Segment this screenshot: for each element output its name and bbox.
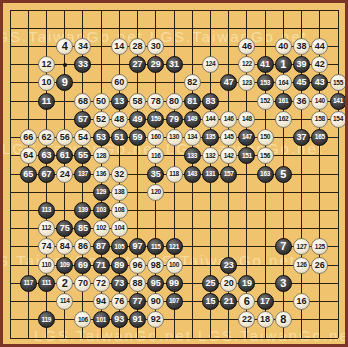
stone-white-102: 102	[93, 220, 110, 237]
stone-white-164: 164	[275, 74, 292, 91]
stone-black-17: 17	[257, 293, 274, 310]
stone-white-60: 60	[111, 74, 128, 91]
grid-line-v	[338, 10, 339, 338]
stone-white-54: 54	[74, 129, 91, 146]
stone-white-156: 156	[257, 147, 274, 164]
stone-white-22: 22	[238, 311, 255, 328]
stone-white-68: 68	[74, 93, 91, 110]
stone-white-40: 40	[275, 38, 292, 55]
stone-white-14: 14	[111, 38, 128, 55]
stone-black-151: 151	[238, 147, 255, 164]
stone-black-95: 95	[147, 275, 164, 292]
go-board[interactable]: LGS.TaiwanGo.net LGS.TaiwanGo.netLGS.Tai…	[0, 0, 348, 347]
stone-white-114: 114	[56, 293, 73, 310]
stone-black-73: 73	[111, 275, 128, 292]
stone-white-50: 50	[93, 93, 110, 110]
stone-black-115: 115	[147, 238, 164, 255]
stone-black-23: 23	[220, 257, 237, 274]
stone-white-48: 48	[111, 111, 128, 128]
stone-white-158: 158	[311, 111, 328, 128]
stone-black-119: 119	[38, 311, 55, 328]
stone-black-139: 139	[74, 202, 91, 219]
stone-white-62: 62	[38, 129, 55, 146]
stone-white-12: 12	[38, 56, 55, 73]
stone-black-159: 159	[147, 111, 164, 128]
stone-white-8: 8	[275, 311, 292, 328]
stone-white-36: 36	[293, 93, 310, 110]
stone-white-154: 154	[330, 111, 347, 128]
stone-black-9: 9	[56, 74, 73, 91]
stone-white-18: 18	[257, 311, 274, 328]
stone-white-10: 10	[38, 74, 55, 91]
stone-black-59: 59	[129, 129, 146, 146]
grid-line-h	[10, 210, 338, 211]
stone-white-66: 66	[20, 129, 37, 146]
stone-white-136: 136	[93, 166, 110, 183]
stone-white-160: 160	[147, 129, 164, 146]
stone-white-130: 130	[166, 129, 183, 146]
stone-black-67: 67	[38, 166, 55, 183]
stone-black-149: 149	[184, 111, 201, 128]
star-point	[63, 63, 67, 67]
stone-white-76: 76	[111, 293, 128, 310]
stone-white-146: 146	[220, 111, 237, 128]
stone-white-32: 32	[111, 166, 128, 183]
stone-white-126: 126	[293, 257, 310, 274]
stone-white-30: 30	[147, 38, 164, 55]
stone-black-11: 11	[38, 93, 55, 110]
stone-white-46: 46	[238, 38, 255, 55]
stone-black-33: 33	[74, 56, 91, 73]
stone-black-109: 109	[56, 257, 73, 274]
stone-white-110: 110	[38, 257, 55, 274]
stone-white-145: 145	[220, 129, 237, 146]
stone-black-143: 143	[184, 166, 201, 183]
stone-white-106: 106	[74, 311, 91, 328]
stone-white-150: 150	[257, 129, 274, 146]
stone-black-135: 135	[202, 129, 219, 146]
stone-black-47: 47	[220, 74, 237, 91]
stone-black-53: 53	[93, 129, 110, 146]
stone-black-69: 69	[74, 257, 91, 274]
stone-white-74: 74	[38, 238, 55, 255]
stone-white-56: 56	[56, 129, 73, 146]
stone-black-21: 21	[220, 293, 237, 310]
stone-black-161: 161	[275, 93, 292, 110]
stone-white-24: 24	[56, 166, 73, 183]
stone-black-153: 153	[257, 74, 274, 91]
stone-black-15: 15	[202, 293, 219, 310]
stone-black-71: 71	[93, 257, 110, 274]
stone-white-34: 34	[74, 38, 91, 55]
stone-white-144: 144	[202, 111, 219, 128]
stone-black-111: 111	[38, 275, 55, 292]
stone-white-94: 94	[93, 293, 110, 310]
stone-black-99: 99	[166, 275, 183, 292]
stone-white-162: 162	[275, 111, 292, 128]
stone-white-78: 78	[147, 93, 164, 110]
stone-black-35: 35	[147, 166, 164, 183]
stone-black-29: 29	[147, 56, 164, 73]
stone-black-51: 51	[111, 129, 128, 146]
stone-white-44: 44	[311, 38, 328, 55]
stone-white-6: 6	[238, 293, 255, 310]
stone-black-85: 85	[74, 220, 91, 237]
stone-white-4: 4	[56, 38, 73, 55]
stone-white-140: 140	[311, 93, 328, 110]
stone-white-134: 134	[184, 129, 201, 146]
stone-black-25: 25	[202, 275, 219, 292]
stone-black-101: 101	[93, 311, 110, 328]
stone-white-38: 38	[293, 38, 310, 55]
stone-black-163: 163	[257, 166, 274, 183]
stone-white-92: 92	[147, 311, 164, 328]
stone-black-107: 107	[166, 293, 183, 310]
stone-white-124: 124	[202, 56, 219, 73]
stone-white-118: 118	[166, 166, 183, 183]
stone-black-55: 55	[74, 147, 91, 164]
stone-white-127: 127	[293, 238, 310, 255]
stone-white-123: 123	[238, 74, 255, 91]
stone-black-13: 13	[111, 93, 128, 110]
stone-black-83: 83	[202, 93, 219, 110]
stone-black-81: 81	[184, 93, 201, 110]
stone-black-39: 39	[293, 56, 310, 73]
stone-black-79: 79	[166, 111, 183, 128]
stone-black-65: 65	[20, 166, 37, 183]
stone-white-104: 104	[111, 220, 128, 237]
stone-white-122: 122	[238, 56, 255, 73]
stone-white-100: 100	[166, 257, 183, 274]
stone-black-5: 5	[275, 166, 292, 183]
stone-black-43: 43	[311, 74, 328, 91]
stone-black-7: 7	[275, 238, 292, 255]
grid-line-h	[10, 192, 338, 193]
stone-black-19: 19	[238, 275, 255, 292]
stone-white-148: 148	[238, 111, 255, 128]
stone-black-27: 27	[129, 56, 146, 73]
stone-black-1: 1	[275, 56, 292, 73]
stone-white-2: 2	[56, 275, 73, 292]
stone-black-61: 61	[56, 147, 73, 164]
stone-white-16: 16	[293, 293, 310, 310]
stone-black-141: 141	[330, 93, 347, 110]
stone-white-132: 132	[202, 147, 219, 164]
stone-black-75: 75	[56, 220, 73, 237]
stone-black-97: 97	[129, 238, 146, 255]
stone-black-105: 105	[111, 238, 128, 255]
stone-black-37: 37	[293, 129, 310, 146]
stone-black-103: 103	[93, 202, 110, 219]
grid-line-h	[10, 338, 338, 339]
stone-black-87: 87	[93, 238, 110, 255]
stone-white-20: 20	[220, 275, 237, 292]
stone-black-49: 49	[129, 111, 146, 128]
stone-white-64: 64	[20, 147, 37, 164]
stone-white-138: 138	[111, 184, 128, 201]
stone-black-121: 121	[166, 238, 183, 255]
stone-black-117: 117	[20, 275, 37, 292]
stone-white-120: 120	[147, 184, 164, 201]
stone-white-26: 26	[311, 257, 328, 274]
stone-black-131: 131	[202, 166, 219, 183]
stone-white-90: 90	[147, 293, 164, 310]
stone-white-98: 98	[147, 257, 164, 274]
stone-white-142: 142	[220, 147, 237, 164]
stone-white-96: 96	[129, 257, 146, 274]
stone-white-72: 72	[93, 275, 110, 292]
stone-black-157: 157	[220, 166, 237, 183]
stone-white-28: 28	[129, 38, 146, 55]
stone-black-93: 93	[111, 311, 128, 328]
stone-black-63: 63	[38, 147, 55, 164]
stone-white-42: 42	[311, 56, 328, 73]
stone-white-70: 70	[74, 275, 91, 292]
stone-white-52: 52	[93, 111, 110, 128]
stone-white-152: 152	[257, 93, 274, 110]
stone-white-116: 116	[147, 147, 164, 164]
stone-white-80: 80	[166, 93, 183, 110]
stone-white-125: 125	[311, 238, 328, 255]
stone-black-45: 45	[293, 74, 310, 91]
stone-white-128: 128	[93, 147, 110, 164]
stone-black-31: 31	[166, 56, 183, 73]
stone-black-113: 113	[38, 202, 55, 219]
stone-white-84: 84	[56, 238, 73, 255]
stone-black-147: 147	[238, 129, 255, 146]
stone-black-41: 41	[257, 56, 274, 73]
stone-black-3: 3	[275, 275, 292, 292]
stone-white-88: 88	[129, 275, 146, 292]
stone-black-129: 129	[93, 184, 110, 201]
stone-white-112: 112	[38, 220, 55, 237]
stone-black-133: 133	[184, 147, 201, 164]
stone-white-155: 155	[330, 74, 347, 91]
stone-white-108: 108	[111, 202, 128, 219]
stone-black-91: 91	[129, 311, 146, 328]
stone-white-86: 86	[74, 238, 91, 255]
stone-black-77: 77	[129, 293, 146, 310]
stone-white-58: 58	[129, 93, 146, 110]
stone-black-89: 89	[111, 257, 128, 274]
stone-black-57: 57	[74, 111, 91, 128]
stone-black-165: 165	[311, 129, 328, 146]
stone-white-82: 82	[184, 74, 201, 91]
stone-black-137: 137	[74, 166, 91, 183]
